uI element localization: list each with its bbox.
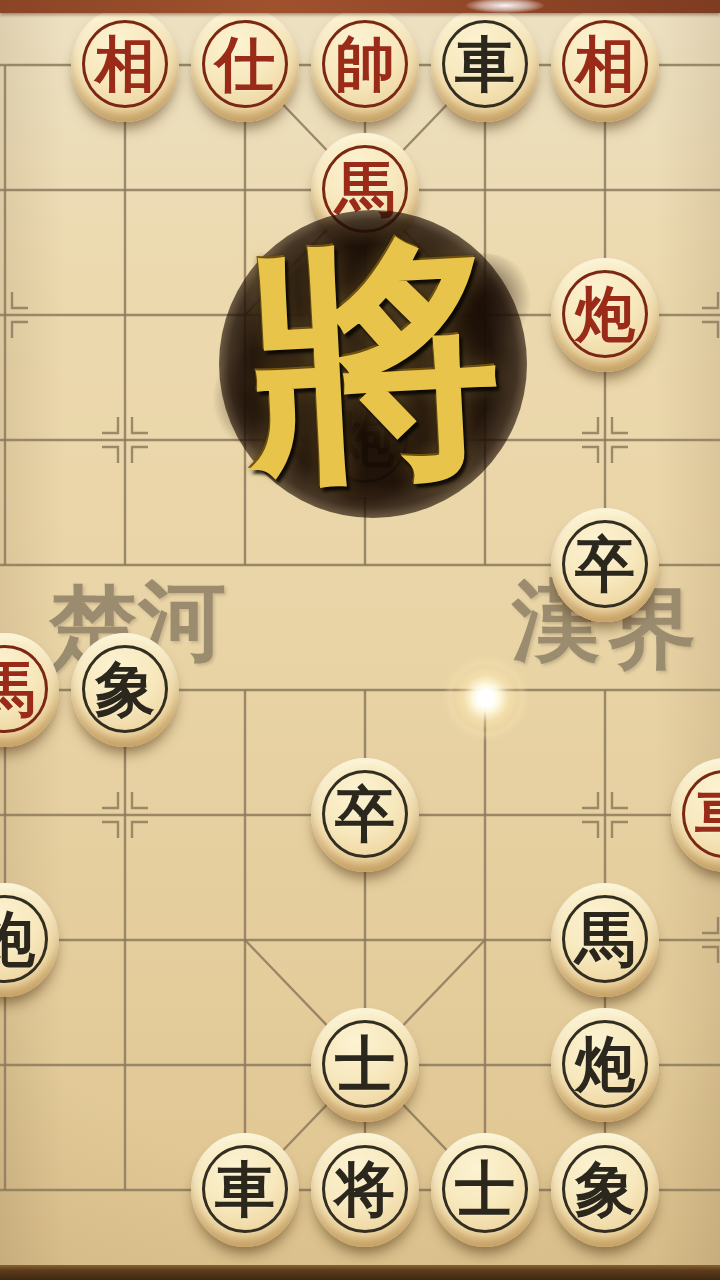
piece-red-general[interactable]: 帥: [311, 8, 419, 122]
piece-red-cannon[interactable]: 炮: [551, 258, 659, 372]
piece-black-cannon[interactable]: 炮: [311, 383, 419, 497]
piece-character: 車: [695, 785, 720, 845]
board-bottom-edge: [0, 1265, 720, 1280]
piece-character: 炮: [575, 1035, 635, 1095]
board-top-edge: [0, 0, 720, 13]
piece-black-cannon[interactable]: 炮: [551, 1008, 659, 1122]
piece-character: 帥: [335, 35, 395, 95]
piece-black-elephant[interactable]: 象: [551, 1133, 659, 1247]
piece-character: 象: [95, 660, 155, 720]
piece-black-soldier[interactable]: 卒: [551, 508, 659, 622]
piece-character: 馬: [575, 910, 635, 970]
piece-character: 馬: [335, 160, 395, 220]
xiangqi-board[interactable]: 楚 河 漢 界 相仕帥車相馬炮炮卒馬象卒車炮馬士炮車将士象 將: [0, 0, 720, 1280]
piece-red-chariot[interactable]: 車: [671, 758, 720, 872]
piece-character: 士: [455, 1160, 515, 1220]
piece-character: 炮: [0, 910, 35, 970]
piece-red-advisor[interactable]: 仕: [191, 8, 299, 122]
piece-black-chariot[interactable]: 車: [431, 8, 539, 122]
piece-character: 卒: [575, 535, 635, 595]
piece-black-general[interactable]: 将: [311, 1133, 419, 1247]
top-edge-light-glow: [466, 0, 544, 13]
piece-character: 象: [575, 1160, 635, 1220]
piece-character: 炮: [335, 410, 395, 470]
piece-black-soldier[interactable]: 卒: [311, 758, 419, 872]
piece-character: 車: [455, 35, 515, 95]
piece-character: 炮: [575, 285, 635, 345]
piece-character: 相: [95, 35, 155, 95]
piece-black-advisor[interactable]: 士: [311, 1008, 419, 1122]
piece-black-elephant[interactable]: 象: [71, 633, 179, 747]
piece-character: 車: [215, 1160, 275, 1220]
pieces-layer: 相仕帥車相馬炮炮卒馬象卒車炮馬士炮車将士象: [0, 0, 720, 1280]
piece-red-elephant[interactable]: 相: [551, 8, 659, 122]
piece-black-advisor[interactable]: 士: [431, 1133, 539, 1247]
piece-red-elephant[interactable]: 相: [71, 8, 179, 122]
piece-red-horse[interactable]: 馬: [0, 633, 59, 747]
piece-black-horse[interactable]: 馬: [551, 883, 659, 997]
piece-black-chariot[interactable]: 車: [191, 1133, 299, 1247]
piece-character: 仕: [215, 35, 275, 95]
piece-character: 将: [335, 1160, 395, 1220]
piece-character: 士: [335, 1035, 395, 1095]
piece-character: 相: [575, 35, 635, 95]
piece-character: 馬: [0, 660, 35, 720]
piece-character: 卒: [335, 785, 395, 845]
piece-black-cannon[interactable]: 炮: [0, 883, 59, 997]
piece-red-horse[interactable]: 馬: [311, 133, 419, 247]
